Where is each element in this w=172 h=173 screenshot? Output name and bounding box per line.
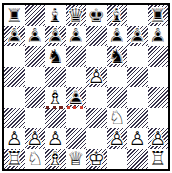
square-f5[interactable] [107,67,128,88]
piece-white-pawn-icon: ♟♙ [127,128,148,149]
piece-body: ♜ [148,5,169,26]
piece-outline: ♙ [148,128,169,149]
piece-body: ♚ [86,5,107,26]
piece-black-knight-icon: ♞♘ [45,46,66,67]
square-a4[interactable] [4,87,25,108]
square-a7[interactable]: ♟♙ [4,26,25,47]
piece-black-pawn-icon: ♟♙ [66,26,87,47]
piece-outline: ♙ [107,26,128,47]
square-h5[interactable] [148,67,169,88]
square-g8[interactable] [127,5,148,26]
piece-body: ♜ [4,149,25,170]
piece-body: ♟ [86,67,107,88]
square-a5[interactable] [4,67,25,88]
piece-black-pawn-icon: ♟♙ [66,87,87,108]
piece-white-rook-icon: ♜♖ [148,149,169,170]
piece-outline: ♙ [25,128,46,149]
square-g2[interactable]: ♟♙ [127,128,148,149]
piece-body: ♟ [25,26,46,47]
piece-outline: ♘ [25,149,46,170]
piece-outline: ♖ [148,5,169,26]
piece-body: ♟ [107,128,128,149]
square-b3[interactable] [25,108,46,129]
piece-body: ♝ [45,5,66,26]
piece-body: ♞ [107,108,128,129]
piece-body: ♞ [45,46,66,67]
square-e5[interactable]: ♟♙ [86,67,107,88]
square-d5[interactable] [66,67,87,88]
piece-body: ♞ [107,46,128,67]
piece-outline: ♙ [25,26,46,47]
piece-black-pawn-icon: ♟♙ [127,26,148,47]
piece-black-pawn-icon: ♟♙ [25,26,46,47]
piece-outline: ♙ [148,26,169,47]
square-g7[interactable]: ♟♙ [127,26,148,47]
square-d8[interactable]: ♛♕ [66,5,87,26]
piece-black-pawn-icon: ♟♙ [4,26,25,47]
piece-white-king-icon: ♚♔ [86,149,107,170]
piece-body: ♟ [148,128,169,149]
piece-outline: ♘ [107,108,128,129]
piece-body: ♝ [45,87,66,108]
piece-body: ♟ [148,26,169,47]
piece-body: ♟ [127,128,148,149]
square-f6[interactable]: ♞♘ [107,46,128,67]
piece-white-bishop-icon: ♝♗ [45,87,66,108]
square-c8[interactable]: ♝♗ [45,5,66,26]
square-b7[interactable]: ♟♙ [25,26,46,47]
piece-black-bishop-icon: ♝♗ [107,5,128,26]
square-b6[interactable] [25,46,46,67]
chess-diagram: ♜♖♝♗♛♕♚♔♝♗♜♖♟♙♟♙♟♙♟♙♟♙♟♙♟♙♞♘♞♘♟♙♝♗♟♙♞♘♟♙… [0,0,172,173]
piece-body: ♟ [25,128,46,149]
piece-black-knight-icon: ♞♘ [107,46,128,67]
square-d2[interactable] [66,128,87,149]
square-h3[interactable] [148,108,169,129]
square-b5[interactable] [25,67,46,88]
piece-white-pawn-icon: ♟♙ [4,128,25,149]
square-a6[interactable] [4,46,25,67]
piece-outline: ♗ [107,5,128,26]
piece-black-pawn-icon: ♟♙ [107,26,128,47]
piece-body: ♝ [45,149,66,170]
square-e1[interactable]: ♚♔ [86,149,107,170]
square-d6[interactable] [66,46,87,67]
piece-outline: ♘ [45,46,66,67]
piece-body: ♞ [25,149,46,170]
square-c6[interactable]: ♞♘ [45,46,66,67]
piece-black-bishop-icon: ♝♗ [45,5,66,26]
piece-outline: ♙ [45,26,66,47]
square-a8[interactable]: ♜♖ [4,5,25,26]
piece-body: ♟ [4,26,25,47]
piece-outline: ♔ [86,5,107,26]
square-b4[interactable] [25,87,46,108]
piece-outline: ♙ [45,128,66,149]
square-g5[interactable] [127,67,148,88]
square-c3[interactable] [45,108,66,129]
square-h7[interactable]: ♟♙ [148,26,169,47]
square-g3[interactable] [127,108,148,129]
piece-outline: ♙ [66,26,87,47]
square-h8[interactable]: ♜♖ [148,5,169,26]
piece-outline: ♔ [86,149,107,170]
square-d3[interactable] [66,108,87,129]
piece-white-rook-icon: ♜♖ [4,149,25,170]
square-e4[interactable] [86,87,107,108]
piece-outline: ♙ [127,128,148,149]
square-e2[interactable] [86,128,107,149]
square-a2[interactable]: ♟♙ [4,128,25,149]
piece-body: ♟ [66,26,87,47]
piece-outline: ♙ [4,128,25,149]
piece-outline: ♖ [148,149,169,170]
square-d7[interactable]: ♟♙ [66,26,87,47]
square-h1[interactable]: ♜♖ [148,149,169,170]
piece-white-bishop-icon: ♝♗ [45,149,66,170]
square-b2[interactable]: ♟♙ [25,128,46,149]
square-e6[interactable] [86,46,107,67]
piece-body: ♛ [66,149,87,170]
square-f7[interactable]: ♟♙ [107,26,128,47]
square-e7[interactable] [86,26,107,47]
square-c2[interactable]: ♟♙ [45,128,66,149]
piece-white-pawn-icon: ♟♙ [25,128,46,149]
piece-white-pawn-icon: ♟♙ [107,128,128,149]
piece-outline: ♖ [4,149,25,170]
square-f8[interactable]: ♝♗ [107,5,128,26]
piece-white-knight-icon: ♞♘ [107,108,128,129]
piece-body: ♚ [86,149,107,170]
piece-body: ♜ [4,5,25,26]
square-d1[interactable]: ♛♕ [66,149,87,170]
piece-black-queen-icon: ♛♕ [66,5,87,26]
piece-white-knight-icon: ♞♘ [25,149,46,170]
square-g6[interactable] [127,46,148,67]
piece-outline: ♖ [4,5,25,26]
piece-outline: ♕ [66,149,87,170]
piece-white-queen-icon: ♛♕ [66,149,87,170]
piece-black-rook-icon: ♜♖ [148,5,169,26]
square-g4[interactable] [127,87,148,108]
piece-outline: ♙ [107,128,128,149]
piece-black-pawn-icon: ♟♙ [148,26,169,47]
piece-body: ♛ [66,5,87,26]
square-c1[interactable]: ♝♗ [45,149,66,170]
piece-black-rook-icon: ♜♖ [4,5,25,26]
piece-white-pawn-icon: ♟♙ [86,67,107,88]
piece-body: ♟ [45,26,66,47]
piece-outline: ♙ [66,87,87,108]
square-e8[interactable]: ♚♔ [86,5,107,26]
square-f2[interactable]: ♟♙ [107,128,128,149]
piece-body: ♝ [107,5,128,26]
piece-outline: ♕ [66,5,87,26]
square-h2[interactable]: ♟♙ [148,128,169,149]
square-f1[interactable] [107,149,128,170]
square-c5[interactable] [45,67,66,88]
piece-body: ♟ [127,26,148,47]
square-h6[interactable] [148,46,169,67]
square-g1[interactable] [127,149,148,170]
piece-body: ♜ [148,149,169,170]
piece-outline: ♙ [86,67,107,88]
piece-outline: ♗ [45,5,66,26]
piece-outline: ♗ [45,87,66,108]
square-b1[interactable]: ♞♘ [25,149,46,170]
piece-body: ♟ [45,128,66,149]
square-c7[interactable]: ♟♙ [45,26,66,47]
piece-white-pawn-icon: ♟♙ [148,128,169,149]
piece-body: ♟ [107,26,128,47]
piece-black-pawn-icon: ♟♙ [45,26,66,47]
square-f3[interactable]: ♞♘ [107,108,128,129]
piece-outline: ♘ [107,46,128,67]
piece-outline: ♙ [127,26,148,47]
square-d4[interactable]: ♟♙ [66,87,87,108]
square-h4[interactable] [148,87,169,108]
piece-outline: ♗ [45,149,66,170]
square-a3[interactable] [4,108,25,129]
square-c4[interactable]: ♝♗ [45,87,66,108]
board-frame: ♜♖♝♗♛♕♚♔♝♗♜♖♟♙♟♙♟♙♟♙♟♙♟♙♟♙♞♘♞♘♟♙♝♗♟♙♞♘♟♙… [2,3,170,171]
square-e3[interactable] [86,108,107,129]
chess-board: ♜♖♝♗♛♕♚♔♝♗♜♖♟♙♟♙♟♙♟♙♟♙♟♙♟♙♞♘♞♘♟♙♝♗♟♙♞♘♟♙… [4,5,168,169]
piece-black-king-icon: ♚♔ [86,5,107,26]
piece-body: ♟ [66,87,87,108]
piece-body: ♟ [4,128,25,149]
square-f4[interactable] [107,87,128,108]
square-b8[interactable] [25,5,46,26]
square-a1[interactable]: ♜♖ [4,149,25,170]
piece-outline: ♙ [4,26,25,47]
piece-white-pawn-icon: ♟♙ [45,128,66,149]
